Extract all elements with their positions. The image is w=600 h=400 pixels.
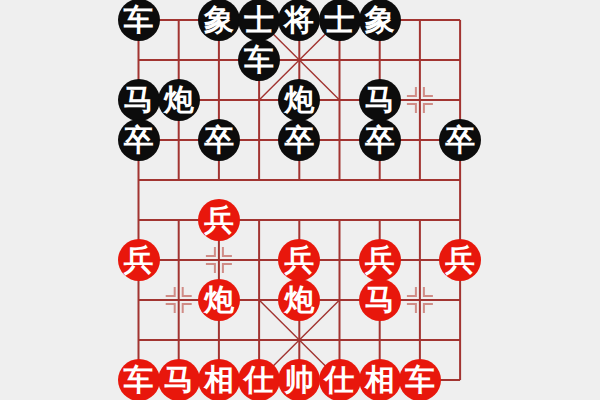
piece-black-horse[interactable]: 马 — [118, 79, 160, 121]
piece-black-horse[interactable]: 马 — [359, 79, 401, 121]
piece-black-soldier[interactable]: 卒 — [118, 119, 160, 161]
piece-red-horse[interactable]: 马 — [359, 279, 401, 321]
piece-red-chariot[interactable]: 车 — [399, 359, 441, 400]
piece-black-advisor[interactable]: 士 — [319, 0, 361, 41]
piece-red-soldier[interactable]: 兵 — [118, 239, 160, 281]
piece-black-cannon[interactable]: 炮 — [158, 79, 200, 121]
piece-black-soldier[interactable]: 卒 — [439, 119, 481, 161]
piece-red-soldier[interactable]: 兵 — [278, 239, 320, 281]
piece-red-horse[interactable]: 马 — [158, 359, 200, 400]
piece-red-chariot[interactable]: 车 — [118, 359, 160, 400]
pieces-layer: 车象士将士象车马炮炮马卒卒卒卒卒兵兵兵兵兵炮炮马车马相仕帅仕相车 — [0, 0, 600, 400]
piece-red-soldier[interactable]: 兵 — [439, 239, 481, 281]
piece-red-soldier[interactable]: 兵 — [359, 239, 401, 281]
piece-black-cannon[interactable]: 炮 — [278, 79, 320, 121]
piece-black-soldier[interactable]: 卒 — [278, 119, 320, 161]
piece-red-elephant[interactable]: 相 — [198, 359, 240, 400]
piece-black-elephant[interactable]: 象 — [198, 0, 240, 41]
piece-red-cannon[interactable]: 炮 — [198, 279, 240, 321]
piece-red-advisor[interactable]: 仕 — [238, 359, 280, 400]
piece-red-advisor[interactable]: 仕 — [319, 359, 361, 400]
xiangqi-board: 车象士将士象车马炮炮马卒卒卒卒卒兵兵兵兵兵炮炮马车马相仕帅仕相车 — [0, 0, 600, 400]
piece-black-advisor[interactable]: 士 — [238, 0, 280, 41]
piece-black-soldier[interactable]: 卒 — [359, 119, 401, 161]
piece-black-chariot[interactable]: 车 — [238, 39, 280, 81]
piece-red-general[interactable]: 帅 — [278, 359, 320, 400]
piece-black-chariot[interactable]: 车 — [118, 0, 160, 41]
piece-red-soldier[interactable]: 兵 — [198, 199, 240, 241]
app-window: 车象士将士象车马炮炮马卒卒卒卒卒兵兵兵兵兵炮炮马车马相仕帅仕相车 — [0, 0, 600, 400]
piece-black-soldier[interactable]: 卒 — [198, 119, 240, 161]
piece-red-cannon[interactable]: 炮 — [278, 279, 320, 321]
piece-red-elephant[interactable]: 相 — [359, 359, 401, 400]
piece-black-elephant[interactable]: 象 — [359, 0, 401, 41]
piece-black-general[interactable]: 将 — [278, 0, 320, 41]
